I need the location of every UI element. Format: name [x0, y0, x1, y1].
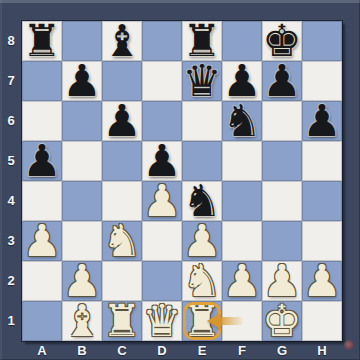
square-a3[interactable]: ♟ [22, 221, 62, 261]
square-a2[interactable] [22, 261, 62, 301]
black-king: ♚ [262, 21, 301, 61]
square-d6[interactable] [142, 101, 182, 141]
square-d2[interactable] [142, 261, 182, 301]
black-rook: ♜ [182, 21, 221, 61]
black-pawn: ♟ [222, 61, 261, 101]
square-h2[interactable]: ♟ [302, 261, 342, 301]
square-h3[interactable] [302, 221, 342, 261]
black-pawn: ♟ [102, 101, 141, 141]
square-f3[interactable] [222, 221, 262, 261]
square-f5[interactable] [222, 141, 262, 181]
black-pawn: ♟ [262, 61, 301, 101]
square-g8[interactable]: ♚ [262, 21, 302, 61]
square-b4[interactable] [62, 181, 102, 221]
white-rook: ♜ [102, 301, 141, 341]
square-f2[interactable]: ♟ [222, 261, 262, 301]
white-knight: ♞ [182, 261, 221, 301]
white-pawn: ♟ [22, 221, 61, 261]
square-c7[interactable] [102, 61, 142, 101]
square-e3[interactable]: ♟ [182, 221, 222, 261]
square-c6[interactable]: ♟ [102, 101, 142, 141]
rank-label-8: 8 [0, 21, 22, 61]
square-a7[interactable] [22, 61, 62, 101]
white-rook: ♜ [182, 301, 221, 341]
square-g1[interactable]: ♚ [262, 301, 302, 341]
red-indicator-dot [344, 340, 354, 350]
square-f6[interactable]: ♞ [222, 101, 262, 141]
square-c1[interactable]: ♜ [102, 301, 142, 341]
square-a6[interactable] [22, 101, 62, 141]
rank-label-2: 2 [0, 261, 22, 301]
file-label-c: C [102, 342, 142, 360]
file-label-f: F [222, 342, 262, 360]
black-pawn: ♟ [62, 61, 101, 101]
black-pawn: ♟ [302, 101, 341, 141]
square-g5[interactable] [262, 141, 302, 181]
rank-label-1: 1 [0, 301, 22, 341]
black-pawn: ♟ [22, 141, 61, 181]
square-g2[interactable]: ♟ [262, 261, 302, 301]
file-label-b: B [62, 342, 102, 360]
black-knight: ♞ [182, 181, 221, 221]
square-b1[interactable]: ♝ [62, 301, 102, 341]
square-b2[interactable]: ♟ [62, 261, 102, 301]
square-g7[interactable]: ♟ [262, 61, 302, 101]
square-e6[interactable] [182, 101, 222, 141]
square-h5[interactable] [302, 141, 342, 181]
white-pawn: ♟ [62, 261, 101, 301]
rank-label-4: 4 [0, 181, 22, 221]
chess-app-window: ♜♝♜♚♟♛♟♟♟♞♟♟♟♟♞♟♞♟♟♞♟♟♟♝♜♛♜♚ 87654321 AB… [0, 0, 360, 360]
square-a1[interactable] [22, 301, 62, 341]
file-label-h: H [302, 342, 342, 360]
square-b3[interactable] [62, 221, 102, 261]
square-c2[interactable] [102, 261, 142, 301]
square-c8[interactable]: ♝ [102, 21, 142, 61]
rank-label-3: 3 [0, 221, 22, 261]
white-pawn: ♟ [222, 261, 261, 301]
square-a5[interactable]: ♟ [22, 141, 62, 181]
square-d8[interactable] [142, 21, 182, 61]
rank-label-5: 5 [0, 141, 22, 181]
square-h1[interactable] [302, 301, 342, 341]
square-g6[interactable] [262, 101, 302, 141]
white-queen: ♛ [142, 301, 181, 341]
square-d4[interactable]: ♟ [142, 181, 182, 221]
black-pawn: ♟ [142, 141, 181, 181]
white-pawn: ♟ [302, 261, 341, 301]
square-f7[interactable]: ♟ [222, 61, 262, 101]
square-d3[interactable] [142, 221, 182, 261]
square-e8[interactable]: ♜ [182, 21, 222, 61]
square-b6[interactable] [62, 101, 102, 141]
file-label-e: E [182, 342, 222, 360]
black-knight: ♞ [222, 101, 261, 141]
file-label-g: G [262, 342, 302, 360]
square-c3[interactable]: ♞ [102, 221, 142, 261]
black-queen: ♛ [182, 61, 221, 101]
file-label-a: A [22, 342, 62, 360]
square-h7[interactable] [302, 61, 342, 101]
square-e2[interactable]: ♞ [182, 261, 222, 301]
square-d5[interactable]: ♟ [142, 141, 182, 181]
square-c4[interactable] [102, 181, 142, 221]
square-f8[interactable] [222, 21, 262, 61]
square-e7[interactable]: ♛ [182, 61, 222, 101]
square-d1[interactable]: ♛ [142, 301, 182, 341]
square-g4[interactable] [262, 181, 302, 221]
black-rook: ♜ [22, 21, 61, 61]
white-pawn: ♟ [182, 221, 221, 261]
rank-label-6: 6 [0, 101, 22, 141]
square-f4[interactable] [222, 181, 262, 221]
square-h4[interactable] [302, 181, 342, 221]
white-knight: ♞ [102, 221, 141, 261]
square-b7[interactable]: ♟ [62, 61, 102, 101]
file-label-d: D [142, 342, 182, 360]
white-bishop: ♝ [62, 301, 101, 341]
white-king: ♚ [262, 301, 301, 341]
square-c5[interactable] [102, 141, 142, 181]
square-a8[interactable]: ♜ [22, 21, 62, 61]
square-f1[interactable] [222, 301, 262, 341]
square-d7[interactable] [142, 61, 182, 101]
black-bishop: ♝ [102, 21, 141, 61]
chess-board: ♜♝♜♚♟♛♟♟♟♞♟♟♟♟♞♟♞♟♟♞♟♟♟♝♜♛♜♚ [22, 21, 342, 341]
square-h8[interactable] [302, 21, 342, 61]
square-e4[interactable]: ♞ [182, 181, 222, 221]
rank-label-7: 7 [0, 61, 22, 101]
square-b5[interactable] [62, 141, 102, 181]
white-pawn: ♟ [262, 261, 301, 301]
square-a4[interactable] [22, 181, 62, 221]
square-g3[interactable] [262, 221, 302, 261]
square-e1[interactable]: ♜ [182, 301, 222, 341]
square-h6[interactable]: ♟ [302, 101, 342, 141]
square-b8[interactable] [62, 21, 102, 61]
square-e5[interactable] [182, 141, 222, 181]
white-pawn: ♟ [142, 181, 181, 221]
